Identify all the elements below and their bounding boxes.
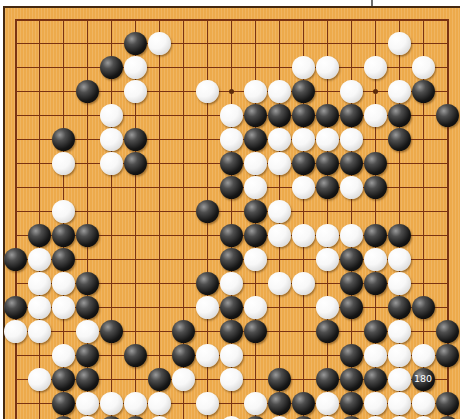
white-stone	[244, 80, 267, 103]
white-stone	[124, 80, 147, 103]
white-stone	[4, 320, 27, 343]
white-stone	[268, 80, 291, 103]
white-stone	[148, 392, 171, 415]
black-stone	[244, 224, 267, 247]
black-stone	[292, 392, 315, 415]
black-stone	[196, 272, 219, 295]
black-stone	[148, 368, 171, 391]
white-stone	[28, 320, 51, 343]
white-stone	[412, 56, 435, 79]
white-stone	[292, 272, 315, 295]
black-stone	[4, 248, 27, 271]
black-stone	[100, 320, 123, 343]
black-stone	[220, 320, 243, 343]
white-stone	[220, 272, 243, 295]
white-stone	[28, 248, 51, 271]
white-stone	[244, 176, 267, 199]
black-stone	[388, 296, 411, 319]
black-stone	[316, 152, 339, 175]
grid-line	[327, 19, 328, 419]
white-stone	[148, 32, 171, 55]
top-edge-artifact	[371, 0, 373, 6]
white-stone	[52, 152, 75, 175]
black-stone	[76, 344, 99, 367]
star-point	[373, 89, 378, 94]
black-stone	[436, 392, 459, 415]
white-stone	[172, 368, 195, 391]
white-stone	[388, 32, 411, 55]
white-stone	[100, 104, 123, 127]
white-stone	[388, 368, 411, 391]
white-stone	[100, 392, 123, 415]
black-stone	[292, 80, 315, 103]
white-stone	[220, 104, 243, 127]
black-stone	[340, 296, 363, 319]
black-stone	[316, 176, 339, 199]
white-stone	[196, 296, 219, 319]
white-stone	[244, 296, 267, 319]
black-stone	[268, 104, 291, 127]
white-stone	[316, 392, 339, 415]
black-stone	[220, 152, 243, 175]
black-stone	[268, 368, 291, 391]
white-stone	[124, 392, 147, 415]
black-stone	[436, 104, 459, 127]
white-stone	[388, 320, 411, 343]
black-stone: 180	[412, 368, 435, 391]
black-stone	[28, 224, 51, 247]
grid-line	[111, 19, 112, 419]
black-stone	[172, 344, 195, 367]
star-point	[229, 89, 234, 94]
black-stone	[52, 128, 75, 151]
black-stone	[388, 224, 411, 247]
black-stone	[100, 56, 123, 79]
white-stone	[340, 176, 363, 199]
white-stone	[268, 224, 291, 247]
white-stone	[292, 224, 315, 247]
white-stone	[52, 200, 75, 223]
white-stone	[220, 344, 243, 367]
white-stone	[412, 392, 435, 415]
black-stone	[316, 104, 339, 127]
black-stone	[52, 392, 75, 415]
white-stone	[388, 392, 411, 415]
white-stone	[220, 128, 243, 151]
black-stone	[76, 368, 99, 391]
black-stone	[412, 80, 435, 103]
white-stone	[364, 248, 387, 271]
grid-line	[15, 19, 17, 419]
black-stone	[292, 152, 315, 175]
black-stone	[340, 272, 363, 295]
white-stone	[268, 152, 291, 175]
white-stone	[28, 272, 51, 295]
black-stone	[52, 248, 75, 271]
black-stone	[76, 272, 99, 295]
black-stone	[220, 248, 243, 271]
black-stone	[76, 224, 99, 247]
white-stone	[364, 104, 387, 127]
black-stone	[364, 176, 387, 199]
white-stone	[316, 224, 339, 247]
white-stone	[388, 248, 411, 271]
black-stone	[436, 320, 459, 343]
white-stone	[100, 152, 123, 175]
white-stone	[220, 368, 243, 391]
white-stone	[100, 128, 123, 151]
move-number-label: 180	[414, 374, 432, 384]
white-stone	[388, 344, 411, 367]
white-stone	[244, 392, 267, 415]
grid-line	[159, 19, 160, 419]
black-stone	[436, 344, 459, 367]
white-stone	[364, 56, 387, 79]
white-stone	[196, 80, 219, 103]
white-stone	[340, 128, 363, 151]
black-stone	[340, 152, 363, 175]
white-stone	[28, 296, 51, 319]
black-stone	[76, 80, 99, 103]
white-stone	[196, 344, 219, 367]
black-stone	[244, 104, 267, 127]
white-stone	[244, 152, 267, 175]
black-stone	[196, 200, 219, 223]
black-stone	[364, 272, 387, 295]
black-stone	[412, 296, 435, 319]
white-stone	[76, 320, 99, 343]
black-stone	[52, 224, 75, 247]
white-stone	[268, 128, 291, 151]
black-stone	[316, 368, 339, 391]
white-stone	[292, 128, 315, 151]
white-stone	[268, 272, 291, 295]
black-stone	[388, 128, 411, 151]
black-stone	[4, 296, 27, 319]
black-stone	[220, 176, 243, 199]
black-stone	[364, 368, 387, 391]
black-stone	[340, 368, 363, 391]
black-stone	[316, 320, 339, 343]
black-stone	[52, 368, 75, 391]
black-stone	[364, 320, 387, 343]
white-stone	[124, 56, 147, 79]
black-stone	[340, 104, 363, 127]
white-stone	[388, 80, 411, 103]
white-stone	[292, 56, 315, 79]
black-stone	[244, 320, 267, 343]
black-stone	[292, 104, 315, 127]
black-stone	[340, 392, 363, 415]
black-stone	[244, 200, 267, 223]
black-stone	[220, 296, 243, 319]
black-stone	[124, 128, 147, 151]
black-stone	[388, 104, 411, 127]
white-stone	[316, 248, 339, 271]
white-stone	[388, 272, 411, 295]
white-stone	[340, 224, 363, 247]
white-stone	[316, 128, 339, 151]
white-stone	[196, 392, 219, 415]
black-stone	[340, 248, 363, 271]
black-stone	[76, 296, 99, 319]
white-stone	[52, 272, 75, 295]
white-stone	[412, 344, 435, 367]
white-stone	[316, 296, 339, 319]
white-stone	[268, 200, 291, 223]
black-stone	[364, 152, 387, 175]
black-stone	[172, 320, 195, 343]
white-stone	[316, 56, 339, 79]
black-stone	[364, 224, 387, 247]
black-stone	[340, 344, 363, 367]
black-stone	[124, 32, 147, 55]
white-stone	[340, 80, 363, 103]
white-stone	[292, 176, 315, 199]
black-stone	[124, 152, 147, 175]
black-stone	[268, 392, 291, 415]
white-stone	[364, 344, 387, 367]
grid-line	[39, 19, 40, 419]
screenshot-root: 180	[0, 0, 460, 419]
white-stone	[364, 392, 387, 415]
white-stone	[52, 344, 75, 367]
white-stone	[244, 248, 267, 271]
black-stone	[124, 344, 147, 367]
black-stone	[244, 128, 267, 151]
black-stone	[220, 224, 243, 247]
white-stone	[52, 296, 75, 319]
white-stone	[28, 368, 51, 391]
white-stone	[76, 392, 99, 415]
